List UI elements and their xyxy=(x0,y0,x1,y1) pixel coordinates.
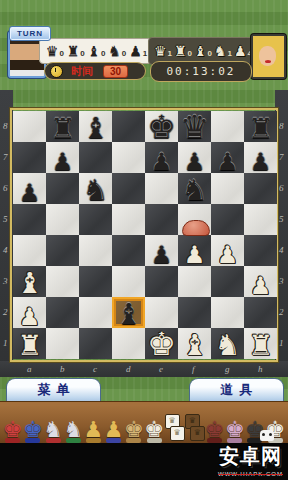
shelf-item-blue-king-figure[interactable]: ♚ xyxy=(23,407,42,443)
square-g1[interactable]: ♞ xyxy=(211,328,244,359)
square-c3[interactable] xyxy=(79,266,112,297)
watermark: 安卓网 WWW.HIAPK.COM xyxy=(218,443,283,477)
rank-label-2: 2 xyxy=(279,308,284,317)
captured-count: 0 xyxy=(122,49,126,58)
watermark-title: 安卓网 xyxy=(218,443,283,470)
piece-bP-g7: ♟ xyxy=(211,150,244,174)
piece-bP-f7: ♟ xyxy=(178,150,211,174)
file-label-e: e xyxy=(159,365,163,374)
piece-bK-e8: ♚ xyxy=(145,111,178,143)
piece-wP-a2: ♟ xyxy=(13,305,46,329)
square-f8[interactable]: ♛ xyxy=(178,111,211,142)
piece-wN-g1: ♞ xyxy=(211,331,244,360)
square-f3[interactable] xyxy=(178,266,211,297)
piece-bP-h7: ♟ xyxy=(244,150,277,174)
square-g6[interactable] xyxy=(211,173,244,204)
square-c4[interactable] xyxy=(79,235,112,266)
square-g8[interactable] xyxy=(211,111,244,142)
square-g7[interactable]: ♟ xyxy=(211,142,244,173)
square-b2[interactable] xyxy=(46,297,79,328)
square-c1[interactable] xyxy=(79,328,112,359)
square-b5[interactable] xyxy=(46,204,79,235)
shelf-item-maroon-chess-piece[interactable]: ♚ xyxy=(205,407,224,443)
white-crown-cards-icon: ♛♛ xyxy=(165,413,184,443)
white-r-icon: ♜ xyxy=(174,44,187,58)
rank-label-4: 4 xyxy=(279,246,284,255)
rank-label-5: 5 xyxy=(279,215,284,224)
black-q-icon: ♛ xyxy=(46,44,59,58)
square-b3[interactable] xyxy=(46,266,79,297)
board-bottom-edge xyxy=(0,361,288,377)
square-e8[interactable]: ♚ xyxy=(145,111,178,142)
captured-black-b: ♝0 xyxy=(87,44,105,58)
items-button[interactable]: 道具 xyxy=(189,378,284,402)
white-n-icon: ♞ xyxy=(214,44,227,58)
white-b-icon: ♝ xyxy=(194,44,207,58)
captured-white-q: ♛1 xyxy=(154,44,172,58)
piece-bP-e4: ♟ xyxy=(145,243,178,267)
square-c8[interactable]: ♝ xyxy=(79,111,112,142)
square-f6[interactable]: ♞ xyxy=(178,173,211,204)
square-h4[interactable] xyxy=(244,235,277,266)
captured-count: 1 xyxy=(228,49,232,58)
rank-label-4: 4 xyxy=(3,246,8,255)
square-e7[interactable]: ♟ xyxy=(145,142,178,173)
piece-wP-g4: ♟ xyxy=(211,243,244,267)
square-e2[interactable] xyxy=(145,297,178,328)
piece-bQ-f8: ♛ xyxy=(178,111,211,143)
file-label-b: b xyxy=(60,365,65,374)
piece-bN-c6: ♞ xyxy=(79,176,112,205)
square-h1[interactable]: ♜ xyxy=(244,328,277,359)
square-f7[interactable]: ♟ xyxy=(178,142,211,173)
captured-count: 0 xyxy=(101,49,105,58)
captured-count: 1 xyxy=(168,49,172,58)
move-timer-box: 时间 30 xyxy=(44,62,146,80)
watermark-site: WWW.HIAPK.COM xyxy=(218,471,283,477)
rank-label-7: 7 xyxy=(3,153,8,162)
square-d8[interactable] xyxy=(112,111,145,142)
menu-button[interactable]: 菜单 xyxy=(6,378,101,402)
square-g4[interactable]: ♟ xyxy=(211,235,244,266)
rank-label-2: 2 xyxy=(3,308,8,317)
piece-wB-f1: ♝ xyxy=(178,331,211,360)
square-b8[interactable]: ♜ xyxy=(46,111,79,142)
piece-wP-h3: ♟ xyxy=(244,274,277,298)
square-a8[interactable] xyxy=(13,111,46,142)
square-e3[interactable] xyxy=(145,266,178,297)
shelf-item-wooden-chess-piece[interactable]: ♚ xyxy=(124,407,143,443)
captured-white-b: ♝0 xyxy=(194,44,212,58)
black-r-icon: ♜ xyxy=(67,44,80,58)
mascot-robot-icon xyxy=(260,430,274,441)
black-n-icon: ♞ xyxy=(108,44,121,58)
shelf-item-brown-crown-cards[interactable]: ♛♛ xyxy=(185,407,204,443)
rank-label-6: 6 xyxy=(279,184,284,193)
square-b1[interactable] xyxy=(46,328,79,359)
captured-count: 0 xyxy=(188,49,192,58)
rank-label-1: 1 xyxy=(3,339,8,348)
rank-label-8: 8 xyxy=(3,122,8,131)
square-e6[interactable] xyxy=(145,173,178,204)
captured-black-q: ♛0 xyxy=(46,44,64,58)
piece-bR-h8: ♜ xyxy=(244,115,277,143)
black-b-icon: ♝ xyxy=(87,44,100,58)
shelf-item-blue-robe-figure[interactable]: ♟ xyxy=(104,407,123,443)
captured-white-n: ♞1 xyxy=(214,44,232,58)
file-label-g: g xyxy=(225,365,230,374)
piece-bB-c8: ♝ xyxy=(79,114,112,143)
timer-label: 时间 xyxy=(71,64,93,79)
rank-label-3: 3 xyxy=(279,277,284,286)
captured-count: 0 xyxy=(59,49,63,58)
square-d2[interactable]: ♝ xyxy=(112,297,145,328)
piece-bP-e7: ♟ xyxy=(145,150,178,174)
captured-count: 0 xyxy=(208,49,212,58)
square-f2[interactable] xyxy=(178,297,211,328)
clock-icon xyxy=(50,65,63,78)
captured-count: 1 xyxy=(143,49,147,58)
file-label-a: a xyxy=(27,365,32,374)
shelf-item-silver-knight-green[interactable]: ♞ xyxy=(64,407,83,443)
square-e4[interactable]: ♟ xyxy=(145,235,178,266)
game-clock: 00:13:02 xyxy=(150,61,252,82)
shelf-item-gold-robe-figure[interactable]: ♟ xyxy=(84,407,103,443)
black-p-icon: ♟ xyxy=(129,44,142,58)
square-c5[interactable] xyxy=(79,204,112,235)
square-h8[interactable]: ♜ xyxy=(244,111,277,142)
captured-black-p: ♟1 xyxy=(129,44,147,58)
square-b7[interactable]: ♟ xyxy=(46,142,79,173)
file-label-h: h xyxy=(258,365,263,374)
square-d7[interactable] xyxy=(112,142,145,173)
piece-bP-b7: ♟ xyxy=(46,150,79,174)
square-a6[interactable]: ♟ xyxy=(13,173,46,204)
square-a3[interactable]: ♝ xyxy=(13,266,46,297)
file-label-f: f xyxy=(192,365,195,374)
square-d3[interactable] xyxy=(112,266,145,297)
square-h3[interactable]: ♟ xyxy=(244,266,277,297)
piece-wK-e1: ♚ xyxy=(145,328,178,360)
right-player-avatar xyxy=(251,34,286,79)
file-label-c: c xyxy=(93,365,97,374)
square-h7[interactable]: ♟ xyxy=(244,142,277,173)
rank-label-3: 3 xyxy=(3,277,8,286)
square-c7[interactable] xyxy=(79,142,112,173)
square-d1[interactable] xyxy=(112,328,145,359)
captured-black-n: ♞0 xyxy=(108,44,126,58)
white-q-icon: ♛ xyxy=(154,44,167,58)
captured-count: 0 xyxy=(80,49,84,58)
piece-skin-shelf: ♚♚♞♞♟♟♚♚♛♛♛♛♚♚♚♚ xyxy=(0,401,288,443)
piece-wB-a3: ♝ xyxy=(13,269,46,298)
chess-board: ♜♝♚♛♜♟♟♟♟♟♟♞♞♟♟♟♝♟♟♝♜♚♝♞♜ xyxy=(13,111,277,359)
square-h2[interactable] xyxy=(244,297,277,328)
turn-indicator-badge: TURN xyxy=(9,26,51,41)
square-g5[interactable] xyxy=(211,204,244,235)
square-h6[interactable] xyxy=(244,173,277,204)
rank-label-8: 8 xyxy=(279,122,284,131)
piece-bR-b8: ♜ xyxy=(46,115,79,143)
captured-white-p: ♟4 xyxy=(234,44,252,58)
square-e5[interactable] xyxy=(145,204,178,235)
square-b4[interactable] xyxy=(46,235,79,266)
piece-wR-a1: ♜ xyxy=(13,332,46,360)
timer-seconds-badge: 30 xyxy=(103,65,128,78)
white-p-icon: ♟ xyxy=(234,44,247,58)
square-a4[interactable] xyxy=(13,235,46,266)
piece-wR-h1: ♜ xyxy=(244,332,277,360)
shelf-item-pink-chess-piece[interactable]: ♚ xyxy=(225,407,244,443)
rank-label-5: 5 xyxy=(3,215,8,224)
square-a1[interactable]: ♜ xyxy=(13,328,46,359)
square-b6[interactable] xyxy=(46,173,79,204)
square-c6[interactable]: ♞ xyxy=(79,173,112,204)
square-h5[interactable] xyxy=(244,204,277,235)
shelf-item-ivory-chess-piece[interactable]: ♚ xyxy=(145,407,164,443)
square-d5[interactable] xyxy=(112,204,145,235)
captured-white-r: ♜0 xyxy=(174,44,192,58)
piece-bP-a6: ♟ xyxy=(13,181,46,205)
shelf-item-silver-knight-red[interactable]: ♞ xyxy=(44,407,63,443)
captured-black-pieces-tray: ♛0♜0♝0♞0♟1 xyxy=(39,38,154,64)
square-f1[interactable]: ♝ xyxy=(178,328,211,359)
brown-crown-cards-icon: ♛♛ xyxy=(185,413,204,443)
piece-wP-f4: ♟ xyxy=(178,243,211,267)
last-move-marker xyxy=(182,220,210,236)
shelf-item-white-crown-cards[interactable]: ♛♛ xyxy=(165,407,184,443)
blonde-woman-portrait xyxy=(253,36,284,77)
rank-label-7: 7 xyxy=(279,153,284,162)
square-a2[interactable]: ♟ xyxy=(13,297,46,328)
piece-bN-f6: ♞ xyxy=(178,176,211,205)
square-c2[interactable] xyxy=(79,297,112,328)
square-d6[interactable] xyxy=(112,173,145,204)
shelf-item-red-king-figure[interactable]: ♚ xyxy=(3,407,22,443)
game-screen: TURN ♛0♜0♝0♞0♟1 ♛1♜0♝0♞1♟4 时间 30 00:13:0… xyxy=(0,0,288,480)
file-label-d: d xyxy=(126,365,131,374)
square-g2[interactable] xyxy=(211,297,244,328)
rank-label-6: 6 xyxy=(3,184,8,193)
square-a7[interactable] xyxy=(13,142,46,173)
square-f4[interactable]: ♟ xyxy=(178,235,211,266)
piece-bB-d2: ♝ xyxy=(112,300,145,329)
square-g3[interactable] xyxy=(211,266,244,297)
captured-black-r: ♜0 xyxy=(67,44,85,58)
square-e1[interactable]: ♚ xyxy=(145,328,178,359)
square-a5[interactable] xyxy=(13,204,46,235)
rank-label-1: 1 xyxy=(279,339,284,348)
square-d4[interactable] xyxy=(112,235,145,266)
